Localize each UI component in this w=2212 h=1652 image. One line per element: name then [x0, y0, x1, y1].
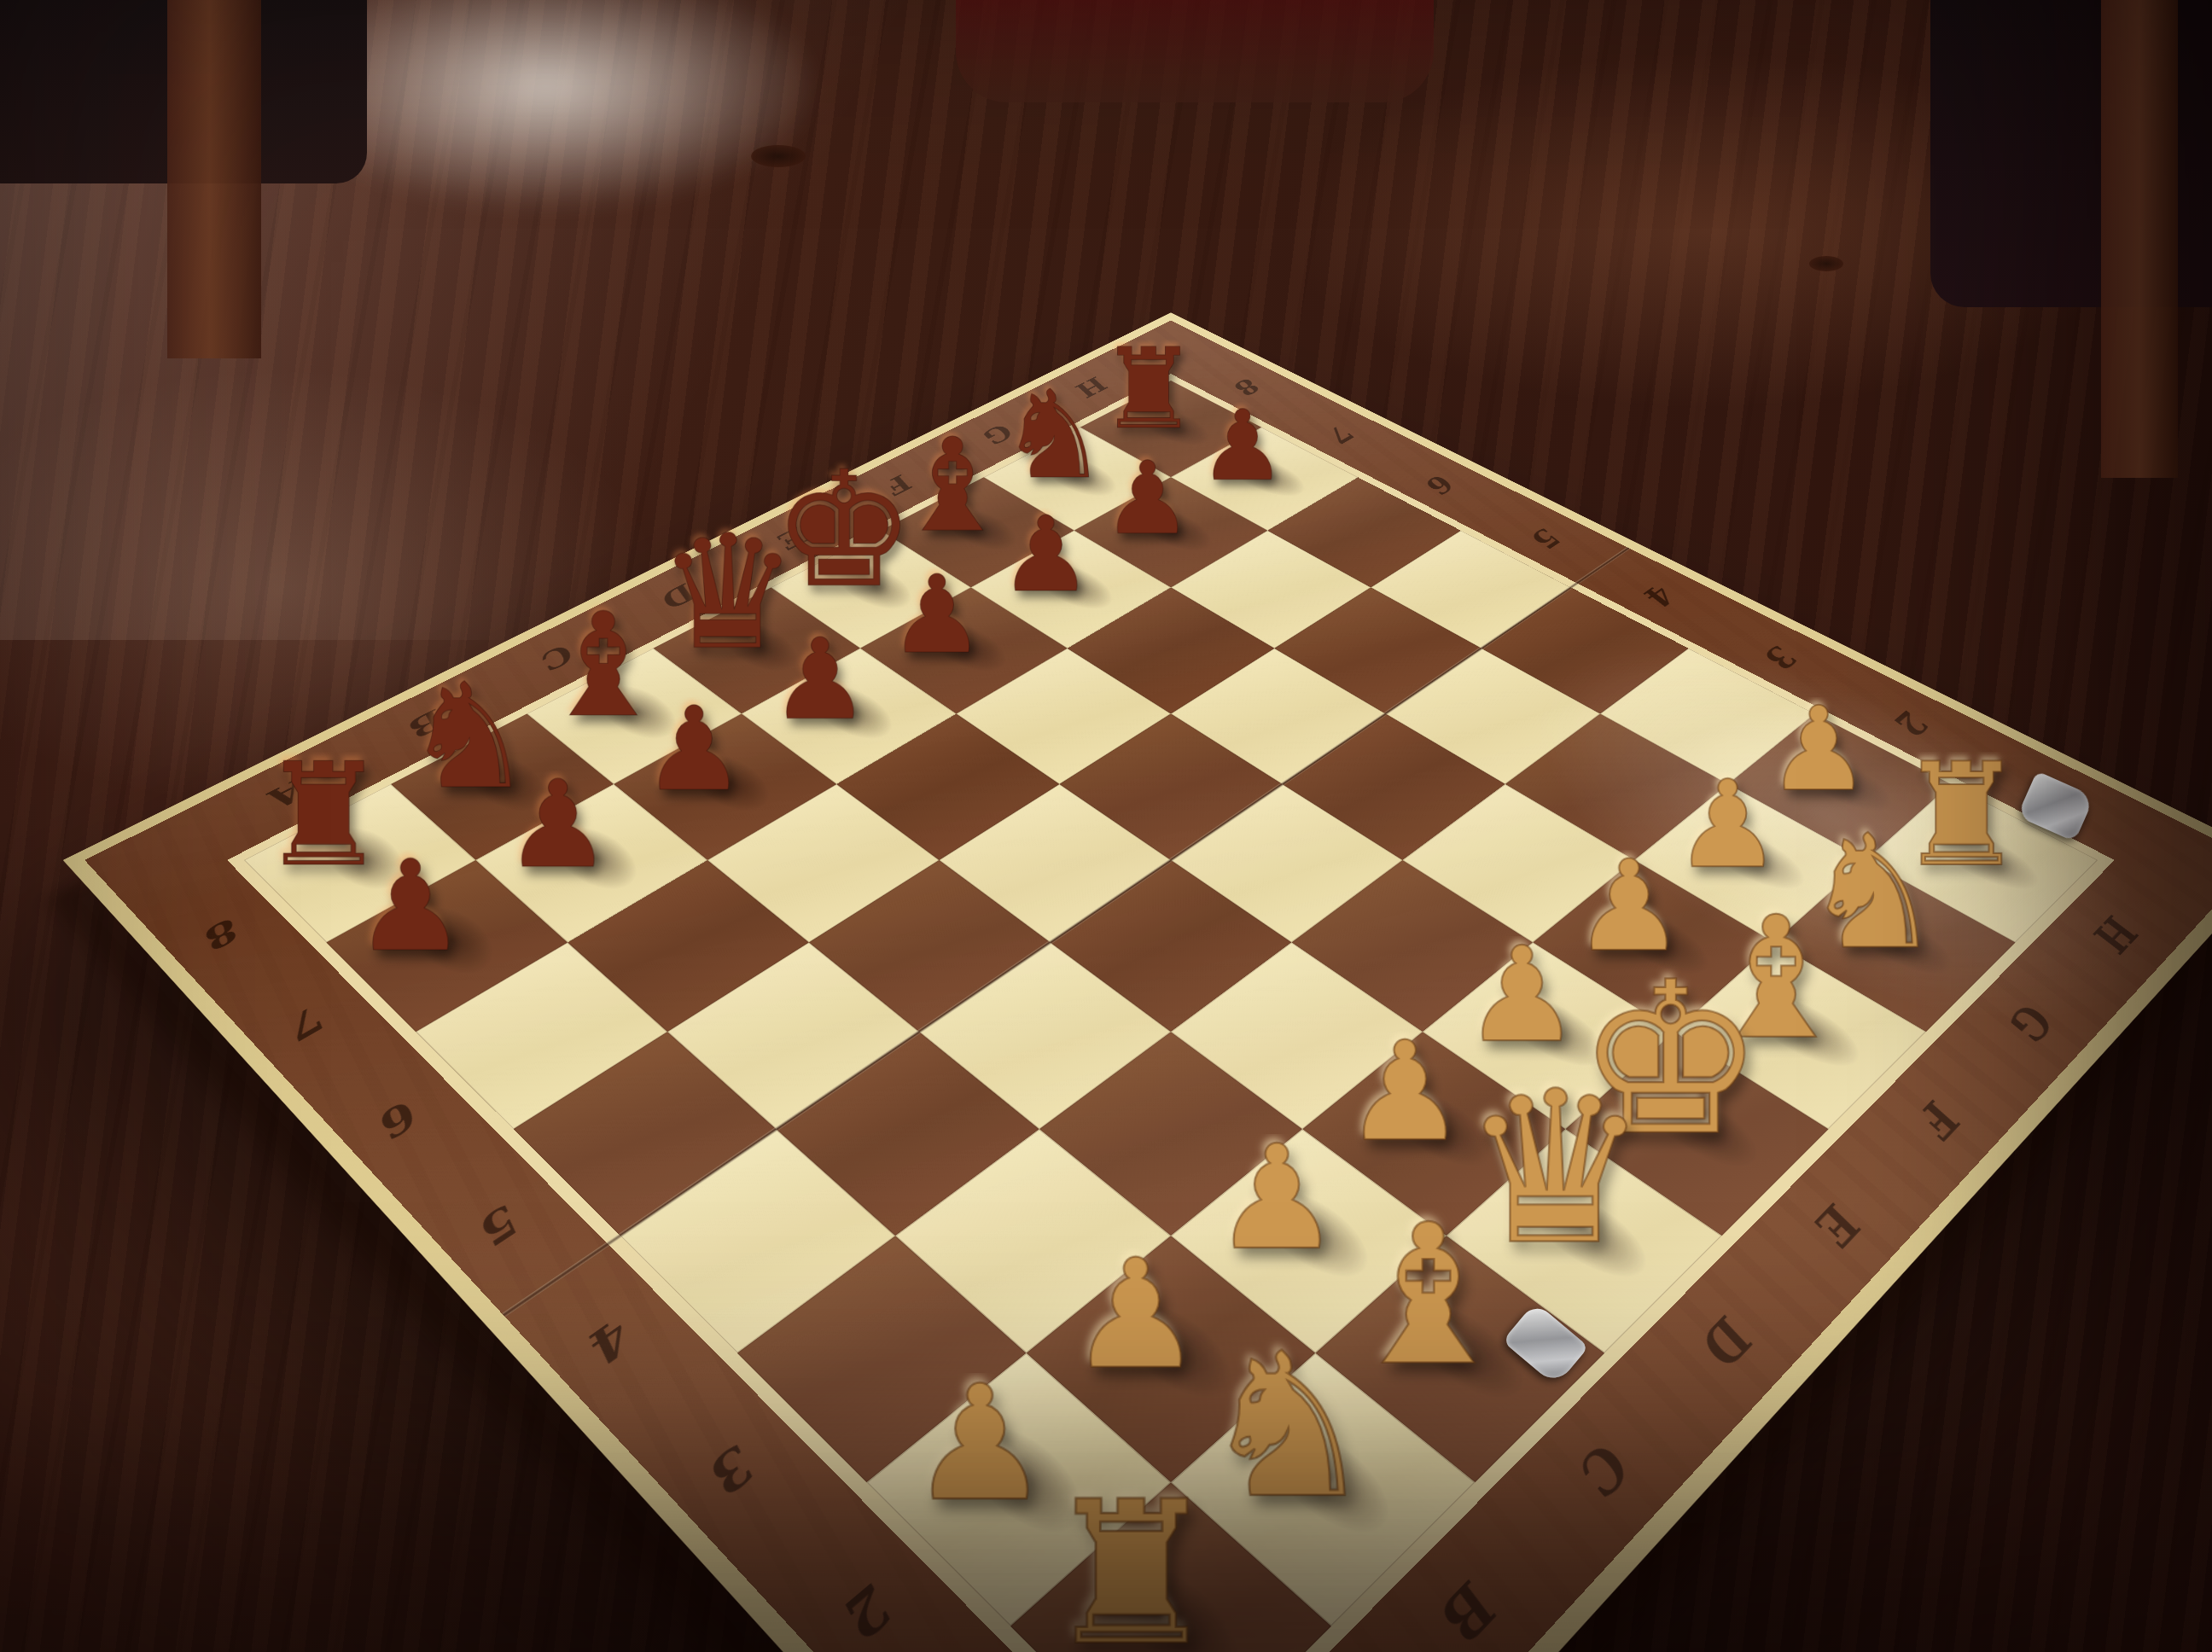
table-scene: ♜♟♟♜♞♟♟♞♝♟♟♝♚♟♟♚♛♟♟♛♝♟♟♝♞♟♟♞♜♟♟♜ 88HH77G… — [0, 0, 2212, 1652]
photo-vignette — [0, 0, 2212, 1652]
